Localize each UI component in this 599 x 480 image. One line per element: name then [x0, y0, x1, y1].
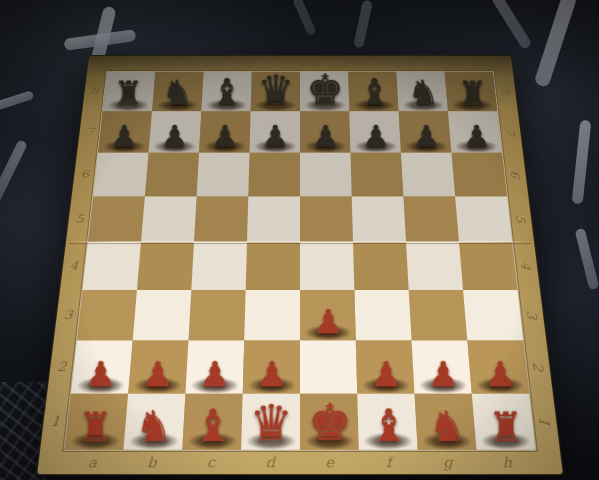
square-g6[interactable]: [401, 153, 455, 196]
square-g8[interactable]: ♞: [396, 72, 448, 112]
fabric-brush-stroke: [292, 0, 316, 36]
file-label: g: [396, 56, 445, 72]
square-h2[interactable]: ♟: [467, 340, 529, 393]
square-b4[interactable]: [137, 242, 194, 290]
white-pawn-piece[interactable]: ♟: [199, 357, 230, 392]
square-b1[interactable]: ♞: [123, 394, 185, 450]
black-rook-piece[interactable]: ♜: [457, 77, 488, 110]
fabric-brush-stroke: [0, 139, 28, 203]
square-d3[interactable]: [244, 290, 300, 341]
square-c3[interactable]: [188, 290, 245, 341]
square-d7[interactable]: ♟: [250, 111, 300, 152]
square-c7[interactable]: ♟: [199, 111, 251, 152]
square-c8[interactable]: ♝: [201, 72, 251, 112]
square-d2[interactable]: ♟: [243, 340, 300, 393]
square-c5[interactable]: [194, 196, 248, 242]
square-b5[interactable]: [141, 196, 197, 242]
square-d1[interactable]: ♛: [241, 394, 300, 450]
square-b6[interactable]: [145, 153, 199, 196]
square-h8[interactable]: ♜: [445, 72, 498, 112]
square-f1[interactable]: ♝: [357, 394, 417, 450]
file-label: h: [443, 56, 493, 72]
square-f6[interactable]: [350, 153, 403, 196]
fabric-brush-stroke: [534, 0, 578, 88]
square-f3[interactable]: [354, 290, 411, 341]
black-bishop-piece[interactable]: ♝: [209, 74, 243, 110]
fabric-brush-stroke: [572, 120, 592, 205]
square-b2[interactable]: ♟: [128, 340, 188, 393]
square-g5[interactable]: [403, 196, 459, 242]
file-label: g: [418, 450, 479, 474]
white-pawn-piece[interactable]: ♟: [141, 357, 172, 392]
square-g1[interactable]: ♞: [415, 394, 477, 450]
fabric-brush-stroke: [0, 90, 34, 111]
black-queen-piece[interactable]: ♛: [257, 70, 294, 110]
white-pawn-piece[interactable]: ♟: [84, 357, 116, 392]
squares: ♜♞♝♛♚♝♞♜♟♟♟♟♟♟♟♟♟♟♟♟♟♟♟♟♜♞♝♛♚♝♞♜: [65, 72, 536, 450]
square-h1[interactable]: ♜: [472, 394, 536, 450]
black-bishop-piece[interactable]: ♝: [357, 74, 391, 110]
square-f5[interactable]: [352, 196, 406, 242]
chess-board: 87654321 87654321 abcdefgh abcdefgh ♜♞♝♛…: [37, 56, 563, 474]
square-c2[interactable]: ♟: [185, 340, 244, 393]
white-rook-piece[interactable]: ♜: [76, 407, 113, 447]
square-b7[interactable]: ♟: [149, 111, 202, 152]
square-h7[interactable]: ♟: [448, 111, 502, 152]
black-knight-piece[interactable]: ♞: [407, 75, 439, 110]
square-a4[interactable]: [83, 242, 141, 290]
black-king-piece[interactable]: ♚: [306, 69, 344, 110]
square-f8[interactable]: ♝: [348, 72, 398, 112]
square-h4[interactable]: [459, 242, 517, 290]
white-bishop-piece[interactable]: ♝: [192, 403, 232, 448]
white-knight-piece[interactable]: ♞: [134, 405, 172, 448]
black-pawn-piece[interactable]: ♟: [312, 121, 339, 151]
photo-scene: 87654321 87654321 abcdefgh abcdefgh ♜♞♝♛…: [0, 0, 599, 480]
square-e6[interactable]: [300, 153, 352, 196]
fabric-brush-stroke: [490, 0, 532, 50]
white-pawn-piece[interactable]: ♟: [256, 357, 287, 392]
square-d5[interactable]: [247, 196, 300, 242]
square-e3[interactable]: ♟: [300, 290, 356, 341]
white-rook-piece[interactable]: ♜: [487, 407, 524, 447]
file-labels-bottom: abcdefgh: [62, 450, 538, 474]
white-pawn-piece[interactable]: ♟: [427, 357, 458, 392]
square-g2[interactable]: ♟: [412, 340, 472, 393]
square-g4[interactable]: [406, 242, 463, 290]
white-knight-piece[interactable]: ♞: [428, 405, 466, 448]
black-pawn-piece[interactable]: ♟: [261, 121, 288, 151]
file-label: a: [107, 56, 157, 72]
fabric-brush-stroke: [575, 228, 599, 291]
square-c6[interactable]: [197, 153, 250, 196]
file-label: a: [62, 450, 124, 474]
square-h5[interactable]: [455, 196, 512, 242]
file-label: b: [121, 450, 182, 474]
file-label: f: [359, 450, 419, 474]
file-label: e: [300, 450, 360, 474]
black-knight-piece[interactable]: ♞: [161, 75, 193, 110]
square-e7[interactable]: ♟: [300, 111, 350, 152]
square-e4[interactable]: [300, 242, 354, 290]
file-labels-top: abcdefgh: [107, 56, 493, 72]
square-d6[interactable]: [248, 153, 300, 196]
fabric-brush-stroke: [353, 0, 373, 49]
black-rook-piece[interactable]: ♜: [113, 77, 144, 110]
square-h3[interactable]: [463, 290, 523, 341]
square-g7[interactable]: ♟: [399, 111, 452, 152]
file-label: d: [240, 450, 300, 474]
square-a8[interactable]: ♜: [103, 72, 156, 112]
square-e5[interactable]: [300, 196, 353, 242]
file-label: h: [477, 450, 539, 474]
square-a1[interactable]: ♜: [65, 394, 129, 450]
square-c1[interactable]: ♝: [182, 394, 242, 450]
white-queen-piece[interactable]: ♛: [249, 398, 293, 447]
file-label: c: [181, 450, 241, 474]
file-label: f: [348, 56, 397, 72]
black-pawn-piece[interactable]: ♟: [110, 121, 138, 151]
square-b8[interactable]: ♞: [152, 72, 204, 112]
square-f4[interactable]: [353, 242, 409, 290]
square-d4[interactable]: [246, 242, 300, 290]
square-a2[interactable]: ♟: [71, 340, 133, 393]
square-b3[interactable]: [133, 290, 192, 341]
square-f7[interactable]: ♟: [349, 111, 401, 152]
white-bishop-piece[interactable]: ♝: [368, 403, 408, 448]
white-pawn-piece[interactable]: ♟: [484, 357, 516, 392]
black-pawn-piece[interactable]: ♟: [412, 121, 440, 151]
square-a7[interactable]: ♟: [98, 111, 152, 152]
file-label: c: [204, 56, 253, 72]
square-e1[interactable]: ♚: [300, 394, 359, 450]
square-f2[interactable]: ♟: [356, 340, 415, 393]
white-pawn-piece[interactable]: ♟: [370, 357, 401, 392]
black-pawn-piece[interactable]: ♟: [362, 121, 389, 151]
square-h6[interactable]: [451, 153, 506, 196]
black-pawn-piece[interactable]: ♟: [160, 121, 188, 151]
square-g3[interactable]: [409, 290, 468, 341]
square-c4[interactable]: [191, 242, 247, 290]
square-e8[interactable]: ♚: [300, 72, 349, 112]
white-pawn-piece[interactable]: ♟: [313, 305, 343, 339]
square-a5[interactable]: [88, 196, 145, 242]
square-a3[interactable]: [77, 290, 137, 341]
white-king-piece[interactable]: ♚: [307, 397, 352, 447]
file-label: b: [155, 56, 204, 72]
black-pawn-piece[interactable]: ♟: [211, 121, 238, 151]
square-e2[interactable]: [300, 340, 357, 393]
square-d8[interactable]: ♛: [251, 72, 300, 112]
black-pawn-piece[interactable]: ♟: [462, 121, 490, 151]
square-a6[interactable]: [93, 153, 148, 196]
